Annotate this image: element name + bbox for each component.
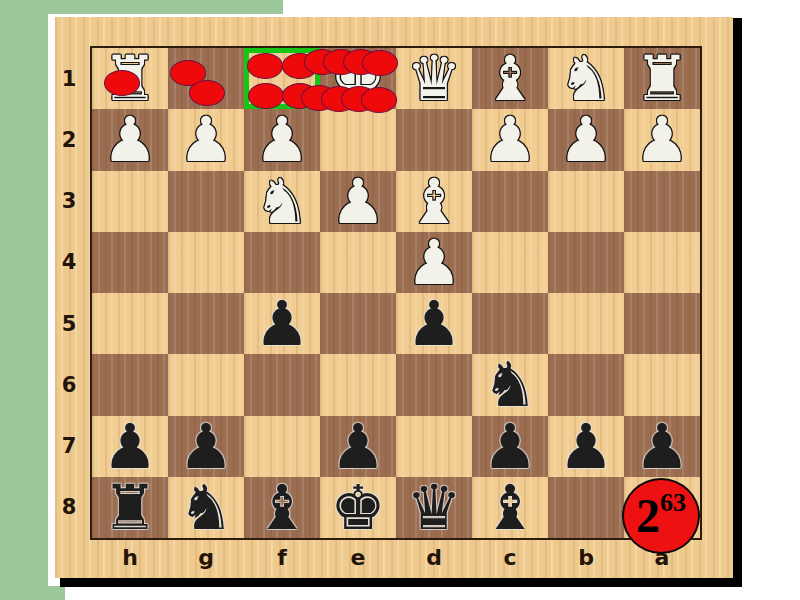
file-label-f: f: [244, 542, 320, 572]
rank-label-5: 5: [48, 293, 90, 354]
square-a5[interactable]: [624, 293, 700, 354]
piece-wp-c2[interactable]: ♟: [482, 109, 538, 170]
piece-bp-d5[interactable]: ♟: [406, 293, 462, 354]
square-g3[interactable]: [168, 171, 244, 232]
red-dot-4: [247, 53, 283, 79]
square-e7[interactable]: ♟: [320, 416, 396, 477]
piece-bp-c7[interactable]: ♟: [482, 416, 538, 477]
piece-bb-f8[interactable]: ♝: [254, 477, 310, 538]
square-c5[interactable]: [472, 293, 548, 354]
piece-wq-d1[interactable]: ♛: [406, 48, 462, 109]
red-dot-3: [189, 80, 225, 106]
piece-bn-c6[interactable]: ♞: [482, 354, 538, 415]
square-b3[interactable]: [548, 171, 624, 232]
square-e4[interactable]: [320, 232, 396, 293]
square-b6[interactable]: [548, 354, 624, 415]
rank-label-3: 3: [48, 171, 90, 232]
square-c6[interactable]: ♞: [472, 354, 548, 415]
piece-bq-d8[interactable]: ♛: [406, 477, 462, 538]
file-labels: hgfedcba: [92, 542, 700, 572]
square-d7[interactable]: [396, 416, 472, 477]
file-label-d: d: [396, 542, 472, 572]
piece-bb-c8[interactable]: ♝: [482, 477, 538, 538]
piece-wp-g2[interactable]: ♟: [178, 109, 234, 170]
square-f7[interactable]: [244, 416, 320, 477]
power-of-two-badge: 2 63: [622, 478, 700, 554]
square-b4[interactable]: [548, 232, 624, 293]
red-dot-11: [362, 50, 398, 76]
piece-wn-f3[interactable]: ♞: [254, 171, 310, 232]
piece-wr-a1[interactable]: ♜: [634, 48, 690, 109]
rank-label-6: 6: [48, 354, 90, 415]
square-e6[interactable]: [320, 354, 396, 415]
green-background-strip: [0, 0, 283, 15]
square-h7[interactable]: ♟: [92, 416, 168, 477]
piece-wp-a2[interactable]: ♟: [634, 109, 690, 170]
square-d4[interactable]: ♟: [396, 232, 472, 293]
square-c2[interactable]: ♟: [472, 109, 548, 170]
red-dot-1: [104, 70, 140, 96]
rank-label-1: 1: [48, 48, 90, 109]
square-f6[interactable]: [244, 354, 320, 415]
square-d3[interactable]: ♝: [396, 171, 472, 232]
square-a6[interactable]: [624, 354, 700, 415]
square-g5[interactable]: [168, 293, 244, 354]
piece-bp-b7[interactable]: ♟: [558, 416, 614, 477]
square-g7[interactable]: ♟: [168, 416, 244, 477]
piece-wp-b2[interactable]: ♟: [558, 109, 614, 170]
piece-bp-h7[interactable]: ♟: [102, 416, 158, 477]
piece-wb-d3[interactable]: ♝: [406, 171, 462, 232]
file-label-h: h: [92, 542, 168, 572]
piece-bp-g7[interactable]: ♟: [178, 416, 234, 477]
square-b1[interactable]: ♞: [548, 48, 624, 109]
piece-bp-e7[interactable]: ♟: [330, 416, 386, 477]
rank-labels: 12345678: [48, 48, 90, 538]
square-f2[interactable]: ♟: [244, 109, 320, 170]
file-label-c: c: [472, 542, 548, 572]
file-label-b: b: [548, 542, 624, 572]
piece-wp-h2[interactable]: ♟: [102, 109, 158, 170]
square-a7[interactable]: ♟: [624, 416, 700, 477]
piece-bp-a7[interactable]: ♟: [634, 416, 690, 477]
file-label-e: e: [320, 542, 396, 572]
square-b8[interactable]: [548, 477, 624, 538]
square-c3[interactable]: [472, 171, 548, 232]
red-dot-6: [248, 83, 284, 109]
piece-wp-f2[interactable]: ♟: [254, 109, 310, 170]
square-h5[interactable]: [92, 293, 168, 354]
square-g2[interactable]: ♟: [168, 109, 244, 170]
square-d5[interactable]: ♟: [396, 293, 472, 354]
square-a4[interactable]: [624, 232, 700, 293]
square-f3[interactable]: ♞: [244, 171, 320, 232]
badge-exponent: 63: [660, 490, 686, 516]
square-c1[interactable]: ♝: [472, 48, 548, 109]
piece-bk-e8[interactable]: ♚: [330, 477, 386, 538]
square-d1[interactable]: ♛: [396, 48, 472, 109]
square-d8[interactable]: ♛: [396, 477, 472, 538]
square-h4[interactable]: [92, 232, 168, 293]
square-e8[interactable]: ♚: [320, 477, 396, 538]
square-e3[interactable]: ♟: [320, 171, 396, 232]
square-a3[interactable]: [624, 171, 700, 232]
badge-base: 2: [636, 492, 660, 540]
rank-label-2: 2: [48, 109, 90, 170]
square-f5[interactable]: ♟: [244, 293, 320, 354]
file-label-g: g: [168, 542, 244, 572]
square-d6[interactable]: [396, 354, 472, 415]
square-b5[interactable]: [548, 293, 624, 354]
piece-wb-c1[interactable]: ♝: [482, 48, 538, 109]
piece-wp-d4[interactable]: ♟: [406, 232, 462, 293]
chess-board-grid: ♜♚♛♝♞♜♟♟♟♟♟♟♞♟♝♟♟♟♞♟♟♟♟♟♟♜♞♝♚♛♝: [90, 46, 702, 540]
square-c8[interactable]: ♝: [472, 477, 548, 538]
piece-br-h8[interactable]: ♜: [102, 477, 158, 538]
rank-label-8: 8: [48, 477, 90, 538]
square-f8[interactable]: ♝: [244, 477, 320, 538]
square-h2[interactable]: ♟: [92, 109, 168, 170]
square-e2[interactable]: [320, 109, 396, 170]
piece-wp-e3[interactable]: ♟: [330, 171, 386, 232]
red-dot-15: [361, 87, 397, 113]
board-drop-shadow-bottom: [60, 578, 742, 587]
chess-board-picture: 12345678 hgfedcba ♜♚♛♝♞♜♟♟♟♟♟♟♞♟♝♟♟♟♞♟♟♟…: [48, 14, 748, 586]
rank-label-7: 7: [48, 416, 90, 477]
square-h3[interactable]: [92, 171, 168, 232]
square-a1[interactable]: ♜: [624, 48, 700, 109]
square-g6[interactable]: [168, 354, 244, 415]
square-h8[interactable]: ♜: [92, 477, 168, 538]
square-c7[interactable]: ♟: [472, 416, 548, 477]
board-drop-shadow-right: [733, 18, 742, 586]
piece-bn-g8[interactable]: ♞: [178, 477, 234, 538]
square-d2[interactable]: [396, 109, 472, 170]
square-a2[interactable]: ♟: [624, 109, 700, 170]
square-c4[interactable]: [472, 232, 548, 293]
piece-bp-f5[interactable]: ♟: [254, 293, 310, 354]
square-b7[interactable]: ♟: [548, 416, 624, 477]
square-b2[interactable]: ♟: [548, 109, 624, 170]
piece-wn-b1[interactable]: ♞: [558, 48, 614, 109]
square-h6[interactable]: [92, 354, 168, 415]
square-f4[interactable]: [244, 232, 320, 293]
square-g8[interactable]: ♞: [168, 477, 244, 538]
rank-label-4: 4: [48, 232, 90, 293]
square-g4[interactable]: [168, 232, 244, 293]
square-e5[interactable]: [320, 293, 396, 354]
